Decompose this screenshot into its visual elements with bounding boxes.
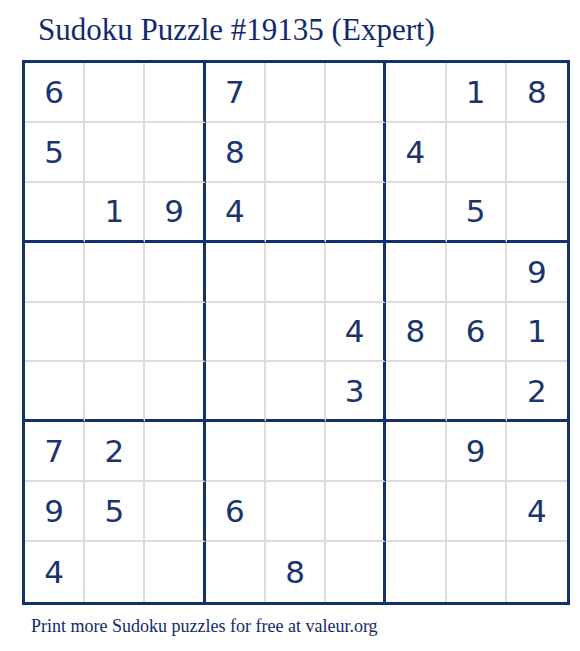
cell-r3c6 [326,183,386,243]
cell-r7c7 [386,422,446,482]
cell-r7c9 [507,422,567,482]
cell-r3c8: 5 [447,183,507,243]
cell-r9c8 [447,542,507,602]
cell-r7c5 [266,422,326,482]
cell-r6c5 [266,362,326,422]
cell-r2c1: 5 [25,123,85,183]
cell-r6c1 [25,362,85,422]
cell-r8c7 [386,482,446,542]
cell-r1c4: 7 [206,63,266,123]
cell-r8c6 [326,482,386,542]
cell-r3c4: 4 [206,183,266,243]
cell-r3c7 [386,183,446,243]
footer-text: Print more Sudoku puzzles for free at va… [31,616,378,637]
cell-r2c6 [326,123,386,183]
cell-r3c2: 1 [85,183,145,243]
cell-r4c6 [326,243,386,303]
cell-r9c3 [145,542,205,602]
cell-r3c9 [507,183,567,243]
cell-r8c5 [266,482,326,542]
cell-r7c4 [206,422,266,482]
cell-r7c2: 2 [85,422,145,482]
cell-r1c3 [145,63,205,123]
cell-r4c4 [206,243,266,303]
cell-r9c4 [206,542,266,602]
cell-r9c7 [386,542,446,602]
cell-r8c2: 5 [85,482,145,542]
cell-r1c5 [266,63,326,123]
cell-r5c8: 6 [447,303,507,363]
cell-r6c7 [386,362,446,422]
cell-r9c9 [507,542,567,602]
cell-r1c1: 6 [25,63,85,123]
cell-r2c5 [266,123,326,183]
cell-r8c1: 9 [25,482,85,542]
cell-r4c8 [447,243,507,303]
cell-r8c3 [145,482,205,542]
sudoku-page: Sudoku Puzzle #19135 (Expert) 6718584194… [0,0,580,651]
cell-r4c7 [386,243,446,303]
cell-r7c6 [326,422,386,482]
cell-r6c4 [206,362,266,422]
cell-r5c3 [145,303,205,363]
cell-r7c3 [145,422,205,482]
cell-r4c9: 9 [507,243,567,303]
cell-r6c6: 3 [326,362,386,422]
cell-r8c9: 4 [507,482,567,542]
cell-r1c7 [386,63,446,123]
cell-r9c6 [326,542,386,602]
cell-r3c1 [25,183,85,243]
cell-r5c1 [25,303,85,363]
cell-r1c9: 8 [507,63,567,123]
cell-r3c5 [266,183,326,243]
cell-r5c9: 1 [507,303,567,363]
cell-r1c2 [85,63,145,123]
cell-r7c1: 7 [25,422,85,482]
page-title: Sudoku Puzzle #19135 (Expert) [38,13,435,47]
cell-r1c8: 1 [447,63,507,123]
cell-r9c2 [85,542,145,602]
cell-r2c2 [85,123,145,183]
cell-r4c3 [145,243,205,303]
cell-r2c9 [507,123,567,183]
cell-r5c2 [85,303,145,363]
cell-r9c1: 4 [25,542,85,602]
cell-r3c3: 9 [145,183,205,243]
cell-r9c5: 8 [266,542,326,602]
cell-r2c3 [145,123,205,183]
cell-r8c4: 6 [206,482,266,542]
cell-r4c1 [25,243,85,303]
cell-r6c8 [447,362,507,422]
sudoku-grid: 671858419459486132729956448 [22,60,570,605]
cell-r4c2 [85,243,145,303]
cell-r5c5 [266,303,326,363]
cell-r2c7: 4 [386,123,446,183]
cell-r6c9: 2 [507,362,567,422]
cell-r2c8 [447,123,507,183]
cell-r7c8: 9 [447,422,507,482]
cell-r6c2 [85,362,145,422]
cell-r6c3 [145,362,205,422]
cell-r5c7: 8 [386,303,446,363]
cell-r5c6: 4 [326,303,386,363]
cell-r5c4 [206,303,266,363]
cell-r2c4: 8 [206,123,266,183]
cell-r1c6 [326,63,386,123]
cell-r4c5 [266,243,326,303]
cell-r8c8 [447,482,507,542]
